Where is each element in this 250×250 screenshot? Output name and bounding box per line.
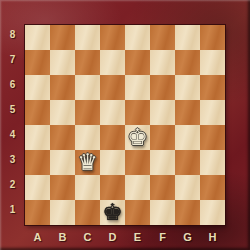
square-h6[interactable] xyxy=(200,75,225,100)
square-d2[interactable] xyxy=(100,175,125,200)
chess-board: ♚♛♚ xyxy=(25,25,225,225)
square-g4[interactable] xyxy=(175,125,200,150)
square-c6[interactable] xyxy=(75,75,100,100)
file-label-b: B xyxy=(50,225,75,250)
rank-label-5: 5 xyxy=(0,97,25,122)
square-b1[interactable] xyxy=(50,200,75,225)
rank-label-3: 3 xyxy=(0,147,25,172)
square-d5[interactable] xyxy=(100,100,125,125)
square-b3[interactable] xyxy=(50,150,75,175)
square-e5[interactable] xyxy=(125,100,150,125)
piece-white-king-e4[interactable]: ♚ xyxy=(125,125,150,150)
rank-label-1: 1 xyxy=(0,197,25,222)
file-label-c: C xyxy=(75,225,100,250)
file-label-g: G xyxy=(175,225,200,250)
square-h7[interactable] xyxy=(200,50,225,75)
square-c1[interactable] xyxy=(75,200,100,225)
square-e1[interactable] xyxy=(125,200,150,225)
square-b7[interactable] xyxy=(50,50,75,75)
square-f7[interactable] xyxy=(150,50,175,75)
square-a4[interactable] xyxy=(25,125,50,150)
square-d7[interactable] xyxy=(100,50,125,75)
square-a3[interactable] xyxy=(25,150,50,175)
square-h5[interactable] xyxy=(200,100,225,125)
square-h4[interactable] xyxy=(200,125,225,150)
square-a8[interactable] xyxy=(25,25,50,50)
square-c3[interactable]: ♛ xyxy=(75,150,100,175)
square-b5[interactable] xyxy=(50,100,75,125)
file-label-d: D xyxy=(100,225,125,250)
square-b8[interactable] xyxy=(50,25,75,50)
square-d3[interactable] xyxy=(100,150,125,175)
square-h3[interactable] xyxy=(200,150,225,175)
piece-white-queen-c3[interactable]: ♛ xyxy=(75,150,100,175)
square-f2[interactable] xyxy=(150,175,175,200)
square-g2[interactable] xyxy=(175,175,200,200)
rank-label-2: 2 xyxy=(0,172,25,197)
rank-label-8: 8 xyxy=(0,22,25,47)
square-h1[interactable] xyxy=(200,200,225,225)
square-c4[interactable] xyxy=(75,125,100,150)
square-c5[interactable] xyxy=(75,100,100,125)
square-e6[interactable] xyxy=(125,75,150,100)
square-h8[interactable] xyxy=(200,25,225,50)
piece-black-king-d1[interactable]: ♚ xyxy=(100,200,125,225)
rank-labels: 87654321 xyxy=(0,22,25,222)
square-f1[interactable] xyxy=(150,200,175,225)
square-g3[interactable] xyxy=(175,150,200,175)
file-label-a: A xyxy=(25,225,50,250)
square-b4[interactable] xyxy=(50,125,75,150)
square-h2[interactable] xyxy=(200,175,225,200)
square-e7[interactable] xyxy=(125,50,150,75)
square-g8[interactable] xyxy=(175,25,200,50)
square-e8[interactable] xyxy=(125,25,150,50)
square-e2[interactable] xyxy=(125,175,150,200)
square-d4[interactable] xyxy=(100,125,125,150)
file-labels: ABCDEFGH xyxy=(25,225,225,250)
square-g5[interactable] xyxy=(175,100,200,125)
square-b6[interactable] xyxy=(50,75,75,100)
square-d8[interactable] xyxy=(100,25,125,50)
square-d6[interactable] xyxy=(100,75,125,100)
square-f3[interactable] xyxy=(150,150,175,175)
square-a6[interactable] xyxy=(25,75,50,100)
file-label-e: E xyxy=(125,225,150,250)
square-e4[interactable]: ♚ xyxy=(125,125,150,150)
square-a7[interactable] xyxy=(25,50,50,75)
square-e3[interactable] xyxy=(125,150,150,175)
square-c8[interactable] xyxy=(75,25,100,50)
square-d1[interactable]: ♚ xyxy=(100,200,125,225)
file-label-h: H xyxy=(200,225,225,250)
square-f4[interactable] xyxy=(150,125,175,150)
square-f5[interactable] xyxy=(150,100,175,125)
square-f8[interactable] xyxy=(150,25,175,50)
square-a1[interactable] xyxy=(25,200,50,225)
square-b2[interactable] xyxy=(50,175,75,200)
rank-label-6: 6 xyxy=(0,72,25,97)
file-label-f: F xyxy=(150,225,175,250)
square-a5[interactable] xyxy=(25,100,50,125)
chessboard-widget: 87654321 ABCDEFGH ♚♛♚ xyxy=(0,0,250,250)
square-c7[interactable] xyxy=(75,50,100,75)
square-c2[interactable] xyxy=(75,175,100,200)
square-g6[interactable] xyxy=(175,75,200,100)
rank-label-7: 7 xyxy=(0,47,25,72)
square-g1[interactable] xyxy=(175,200,200,225)
square-g7[interactable] xyxy=(175,50,200,75)
square-f6[interactable] xyxy=(150,75,175,100)
rank-label-4: 4 xyxy=(0,122,25,147)
square-a2[interactable] xyxy=(25,175,50,200)
